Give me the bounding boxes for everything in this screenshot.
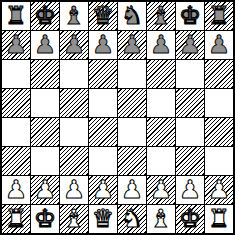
black-king-g8[interactable]: ♚ bbox=[179, 2, 201, 30]
white-pawn-b2[interactable]: ♟ bbox=[34, 176, 56, 204]
white-pawn-g2[interactable]: ♟ bbox=[179, 176, 201, 204]
square-e8[interactable]: ♞ bbox=[118, 2, 146, 30]
square-a2[interactable]: ♟ bbox=[2, 176, 30, 204]
square-h8[interactable]: ♜ bbox=[205, 2, 233, 30]
square-g2[interactable]: ♟ bbox=[176, 176, 204, 204]
black-pawn-c7[interactable]: ♟ bbox=[63, 31, 85, 59]
square-b8[interactable]: ♚ bbox=[31, 2, 59, 30]
square-d4[interactable] bbox=[89, 118, 117, 146]
square-c3[interactable] bbox=[60, 147, 88, 175]
square-f7[interactable]: ♟ bbox=[147, 31, 175, 59]
square-a4[interactable] bbox=[2, 118, 30, 146]
black-rook-a8[interactable]: ♜ bbox=[5, 2, 27, 30]
white-pawn-a2[interactable]: ♟ bbox=[5, 176, 27, 204]
white-pawn-h2[interactable]: ♟ bbox=[208, 176, 230, 204]
black-pawn-a7[interactable]: ♟ bbox=[5, 31, 27, 59]
square-d1[interactable]: ♛ bbox=[89, 205, 117, 233]
square-b4[interactable] bbox=[31, 118, 59, 146]
black-rook-h8[interactable]: ♜ bbox=[208, 2, 230, 30]
square-h5[interactable] bbox=[205, 89, 233, 117]
white-rook-a1[interactable]: ♜ bbox=[5, 205, 27, 233]
square-g3[interactable] bbox=[176, 147, 204, 175]
black-pawn-f7[interactable]: ♟ bbox=[150, 31, 172, 59]
square-c6[interactable] bbox=[60, 60, 88, 88]
white-king-b1[interactable]: ♚ bbox=[34, 205, 56, 233]
black-pawn-d7[interactable]: ♟ bbox=[92, 31, 114, 59]
square-b6[interactable] bbox=[31, 60, 59, 88]
square-b2[interactable]: ♟ bbox=[31, 176, 59, 204]
square-e7[interactable]: ♟ bbox=[118, 31, 146, 59]
square-f8[interactable]: ♝ bbox=[147, 2, 175, 30]
square-e2[interactable]: ♟ bbox=[118, 176, 146, 204]
square-f5[interactable] bbox=[147, 89, 175, 117]
square-h7[interactable]: ♟ bbox=[205, 31, 233, 59]
white-pawn-d2[interactable]: ♟ bbox=[92, 176, 114, 204]
black-bishop-c8[interactable]: ♝ bbox=[63, 2, 85, 30]
square-d2[interactable]: ♟ bbox=[89, 176, 117, 204]
square-h4[interactable] bbox=[205, 118, 233, 146]
square-g7[interactable]: ♟ bbox=[176, 31, 204, 59]
square-g4[interactable] bbox=[176, 118, 204, 146]
square-d6[interactable] bbox=[89, 60, 117, 88]
square-a7[interactable]: ♟ bbox=[2, 31, 30, 59]
white-rook-h1[interactable]: ♜ bbox=[208, 205, 230, 233]
square-e5[interactable] bbox=[118, 89, 146, 117]
square-b1[interactable]: ♚ bbox=[31, 205, 59, 233]
square-a1[interactable]: ♜ bbox=[2, 205, 30, 233]
white-queen-d1[interactable]: ♛ bbox=[92, 205, 114, 233]
square-c4[interactable] bbox=[60, 118, 88, 146]
white-bishop-c1[interactable]: ♝ bbox=[63, 205, 85, 233]
square-b7[interactable]: ♟ bbox=[31, 31, 59, 59]
square-c5[interactable] bbox=[60, 89, 88, 117]
black-knight-e8[interactable]: ♞ bbox=[121, 2, 143, 30]
chess-board: ♜♚♝♛♞♝♚♜♟♟♟♟♟♟♟♟♟♟♟♟♟♟♟♟♜♚♝♛♞♝♚♜ bbox=[0, 0, 235, 235]
square-e6[interactable] bbox=[118, 60, 146, 88]
black-queen-d8[interactable]: ♛ bbox=[92, 2, 114, 30]
square-f1[interactable]: ♝ bbox=[147, 205, 175, 233]
square-a5[interactable] bbox=[2, 89, 30, 117]
square-b5[interactable] bbox=[31, 89, 59, 117]
square-d8[interactable]: ♛ bbox=[89, 2, 117, 30]
square-d5[interactable] bbox=[89, 89, 117, 117]
square-c2[interactable]: ♟ bbox=[60, 176, 88, 204]
square-c7[interactable]: ♟ bbox=[60, 31, 88, 59]
square-f2[interactable]: ♟ bbox=[147, 176, 175, 204]
square-b3[interactable] bbox=[31, 147, 59, 175]
black-bishop-f8[interactable]: ♝ bbox=[150, 2, 172, 30]
square-h2[interactable]: ♟ bbox=[205, 176, 233, 204]
square-h6[interactable] bbox=[205, 60, 233, 88]
square-g6[interactable] bbox=[176, 60, 204, 88]
square-f6[interactable] bbox=[147, 60, 175, 88]
black-pawn-g7[interactable]: ♟ bbox=[179, 31, 201, 59]
white-bishop-f1[interactable]: ♝ bbox=[150, 205, 172, 233]
black-pawn-e7[interactable]: ♟ bbox=[121, 31, 143, 59]
square-e1[interactable]: ♞ bbox=[118, 205, 146, 233]
square-h1[interactable]: ♜ bbox=[205, 205, 233, 233]
square-h3[interactable] bbox=[205, 147, 233, 175]
square-f3[interactable] bbox=[147, 147, 175, 175]
square-d7[interactable]: ♟ bbox=[89, 31, 117, 59]
square-g5[interactable] bbox=[176, 89, 204, 117]
square-a3[interactable] bbox=[2, 147, 30, 175]
white-pawn-e2[interactable]: ♟ bbox=[121, 176, 143, 204]
square-d3[interactable] bbox=[89, 147, 117, 175]
black-king-b8[interactable]: ♚ bbox=[34, 2, 56, 30]
white-pawn-f2[interactable]: ♟ bbox=[150, 176, 172, 204]
white-knight-e1[interactable]: ♞ bbox=[121, 205, 143, 233]
square-f4[interactable] bbox=[147, 118, 175, 146]
square-e4[interactable] bbox=[118, 118, 146, 146]
square-c8[interactable]: ♝ bbox=[60, 2, 88, 30]
square-c1[interactable]: ♝ bbox=[60, 205, 88, 233]
square-a8[interactable]: ♜ bbox=[2, 2, 30, 30]
white-pawn-c2[interactable]: ♟ bbox=[63, 176, 85, 204]
square-g1[interactable]: ♚ bbox=[176, 205, 204, 233]
black-pawn-h7[interactable]: ♟ bbox=[208, 31, 230, 59]
square-g8[interactable]: ♚ bbox=[176, 2, 204, 30]
white-king-g1[interactable]: ♚ bbox=[179, 205, 201, 233]
square-e3[interactable] bbox=[118, 147, 146, 175]
square-a6[interactable] bbox=[2, 60, 30, 88]
black-pawn-b7[interactable]: ♟ bbox=[34, 31, 56, 59]
